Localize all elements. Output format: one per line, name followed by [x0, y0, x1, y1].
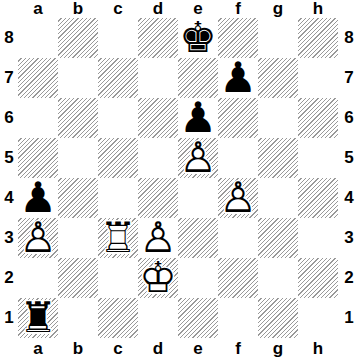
square-a4[interactable]: ♟♟ [18, 178, 58, 218]
square-g1[interactable] [258, 298, 298, 338]
rank-label-right-2: 2 [338, 258, 360, 298]
square-a2[interactable] [18, 258, 58, 298]
piece-outline-layer: ♙ [138, 218, 178, 258]
piece-outline-layer: ♙ [178, 138, 218, 178]
corner-top-right [338, 0, 360, 18]
square-d4[interactable] [138, 178, 178, 218]
rank-label-left-4: 4 [0, 178, 18, 218]
square-c8[interactable] [98, 18, 138, 58]
rank-label-right-7: 7 [338, 58, 360, 98]
rank-label-left-6: 6 [0, 98, 18, 138]
square-h4[interactable] [298, 178, 338, 218]
square-c7[interactable] [98, 58, 138, 98]
piece-black-pawn: ♟♟ [178, 98, 218, 138]
piece-black-pawn: ♟♟ [218, 58, 258, 98]
square-e1[interactable] [178, 298, 218, 338]
square-e3[interactable] [178, 218, 218, 258]
file-label-top-b: b [58, 0, 98, 18]
rank-label-right-8: 8 [338, 18, 360, 58]
file-label-top-g: g [258, 0, 298, 18]
square-g4[interactable] [258, 178, 298, 218]
square-f4[interactable]: ♟♙ [218, 178, 258, 218]
square-h1[interactable] [298, 298, 338, 338]
square-f1[interactable] [218, 298, 258, 338]
square-d2[interactable]: ♚♔ [138, 258, 178, 298]
square-e5[interactable]: ♟♙ [178, 138, 218, 178]
square-a7[interactable] [18, 58, 58, 98]
square-g2[interactable] [258, 258, 298, 298]
square-e7[interactable] [178, 58, 218, 98]
corner-top-left [0, 0, 18, 18]
corner-bottom-left [0, 338, 18, 360]
file-label-top-c: c [98, 0, 138, 18]
square-f5[interactable] [218, 138, 258, 178]
square-c3[interactable]: ♜♖ [98, 218, 138, 258]
square-c2[interactable] [98, 258, 138, 298]
square-c1[interactable] [98, 298, 138, 338]
square-f8[interactable] [218, 18, 258, 58]
square-d8[interactable] [138, 18, 178, 58]
square-b3[interactable] [58, 218, 98, 258]
piece-outline-layer: ♙ [18, 218, 58, 258]
piece-outline-layer: ♟ [178, 98, 218, 138]
square-b2[interactable] [58, 258, 98, 298]
rank-label-right-1: 1 [338, 298, 360, 338]
square-h6[interactable] [298, 98, 338, 138]
file-label-bottom-d: d [138, 338, 178, 360]
square-h2[interactable] [298, 258, 338, 298]
square-a3[interactable]: ♟♙ [18, 218, 58, 258]
file-label-top-h: h [298, 0, 338, 18]
square-h3[interactable] [298, 218, 338, 258]
square-d6[interactable] [138, 98, 178, 138]
square-g6[interactable] [258, 98, 298, 138]
square-f2[interactable] [218, 258, 258, 298]
rank-label-right-4: 4 [338, 178, 360, 218]
file-label-bottom-f: f [218, 338, 258, 360]
piece-white-pawn: ♟♙ [138, 218, 178, 258]
piece-black-rook: ♜♜ [18, 298, 58, 338]
piece-outline-layer: ♚ [178, 18, 218, 58]
square-a6[interactable] [18, 98, 58, 138]
square-d3[interactable]: ♟♙ [138, 218, 178, 258]
piece-outline-layer: ♙ [218, 178, 258, 218]
square-b5[interactable] [58, 138, 98, 178]
file-label-top-a: a [18, 0, 58, 18]
piece-black-king: ♚♚ [178, 18, 218, 58]
square-b8[interactable] [58, 18, 98, 58]
square-h5[interactable] [298, 138, 338, 178]
piece-outline-layer: ♜ [18, 298, 58, 338]
square-f6[interactable] [218, 98, 258, 138]
square-g3[interactable] [258, 218, 298, 258]
piece-outline-layer: ♟ [218, 58, 258, 98]
square-a5[interactable] [18, 138, 58, 178]
rank-label-left-3: 3 [0, 218, 18, 258]
square-e8[interactable]: ♚♚ [178, 18, 218, 58]
square-e6[interactable]: ♟♟ [178, 98, 218, 138]
piece-outline-layer: ♔ [138, 258, 178, 298]
piece-black-pawn: ♟♟ [18, 178, 58, 218]
square-g5[interactable] [258, 138, 298, 178]
file-label-bottom-h: h [298, 338, 338, 360]
square-g8[interactable] [258, 18, 298, 58]
rank-label-right-6: 6 [338, 98, 360, 138]
square-d5[interactable] [138, 138, 178, 178]
piece-white-pawn: ♟♙ [178, 138, 218, 178]
rank-label-left-7: 7 [0, 58, 18, 98]
square-g7[interactable] [258, 58, 298, 98]
piece-white-pawn: ♟♙ [218, 178, 258, 218]
rank-label-left-8: 8 [0, 18, 18, 58]
square-b1[interactable] [58, 298, 98, 338]
piece-white-king: ♚♔ [138, 258, 178, 298]
rank-label-right-5: 5 [338, 138, 360, 178]
piece-white-rook: ♜♖ [98, 218, 138, 258]
square-h7[interactable] [298, 58, 338, 98]
rank-label-right-3: 3 [338, 218, 360, 258]
square-f3[interactable] [218, 218, 258, 258]
square-c5[interactable] [98, 138, 138, 178]
piece-outline-layer: ♟ [18, 178, 58, 218]
rank-label-left-1: 1 [0, 298, 18, 338]
rank-label-left-2: 2 [0, 258, 18, 298]
piece-white-pawn: ♟♙ [18, 218, 58, 258]
file-label-bottom-g: g [258, 338, 298, 360]
corner-bottom-right [338, 338, 360, 360]
square-d1[interactable] [138, 298, 178, 338]
chess-board-diagram: abcdefgh8♚♚87♟♟76♟♟65♟♙54♟♟♟♙43♟♙♜♖♟♙32♚… [0, 0, 360, 360]
square-d7[interactable] [138, 58, 178, 98]
square-e4[interactable] [178, 178, 218, 218]
square-b7[interactable] [58, 58, 98, 98]
square-f7[interactable]: ♟♟ [218, 58, 258, 98]
square-e2[interactable] [178, 258, 218, 298]
file-label-top-d: d [138, 0, 178, 18]
piece-outline-layer: ♖ [98, 218, 138, 258]
square-h8[interactable] [298, 18, 338, 58]
square-b4[interactable] [58, 178, 98, 218]
rank-label-left-5: 5 [0, 138, 18, 178]
square-b6[interactable] [58, 98, 98, 138]
file-label-bottom-b: b [58, 338, 98, 360]
file-label-bottom-c: c [98, 338, 138, 360]
square-c6[interactable] [98, 98, 138, 138]
file-label-top-f: f [218, 0, 258, 18]
square-a1[interactable]: ♜♜ [18, 298, 58, 338]
square-c4[interactable] [98, 178, 138, 218]
file-label-bottom-e: e [178, 338, 218, 360]
square-a8[interactable] [18, 18, 58, 58]
